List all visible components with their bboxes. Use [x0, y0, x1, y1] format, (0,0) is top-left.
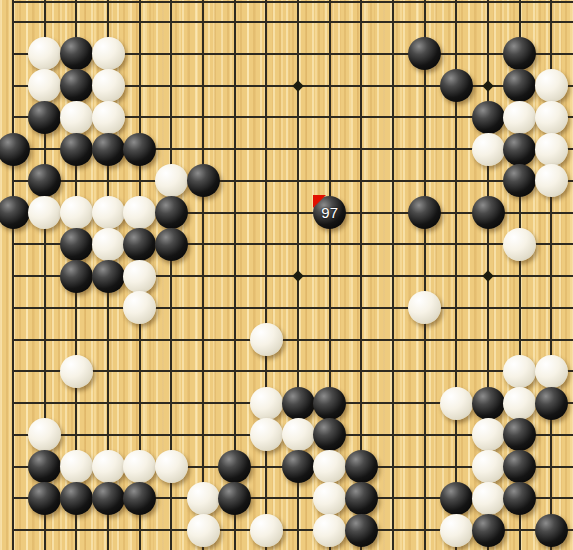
stone-black [313, 418, 346, 451]
stone-white [472, 418, 505, 451]
stone-white [92, 37, 125, 70]
stone-black [123, 482, 156, 515]
stone-black [440, 69, 473, 102]
stone-white [28, 196, 61, 229]
stone-white [250, 323, 283, 356]
star-point [292, 270, 303, 281]
stone-white [408, 291, 441, 324]
star-point [482, 270, 493, 281]
stone-white [28, 418, 61, 451]
stone-black [408, 196, 441, 229]
stone-white [472, 450, 505, 483]
stone-black [60, 69, 93, 102]
stone-black [60, 482, 93, 515]
stone-white [503, 355, 536, 388]
stone-white [250, 418, 283, 451]
stone-black [218, 482, 251, 515]
grid-line-horizontal [13, 307, 573, 309]
stone-black [60, 37, 93, 70]
stone-black [282, 450, 315, 483]
stone-white [60, 101, 93, 134]
stone-black [92, 133, 125, 166]
star-point [482, 80, 493, 91]
grid-line-horizontal [13, 339, 573, 341]
stone-white [503, 101, 536, 134]
stone-black [0, 196, 30, 229]
stone-black [123, 133, 156, 166]
stone-black [0, 133, 30, 166]
stone-white [187, 514, 220, 547]
star-point [292, 80, 303, 91]
stone-white [123, 450, 156, 483]
stone-black [440, 482, 473, 515]
stone-white [313, 482, 346, 515]
stone-black [503, 450, 536, 483]
stone-black [123, 228, 156, 261]
stone-black [535, 387, 568, 420]
stone-black [28, 450, 61, 483]
stone-black [472, 101, 505, 134]
stone-white [60, 196, 93, 229]
stone-white [28, 37, 61, 70]
stone-white [92, 196, 125, 229]
stone-black [28, 482, 61, 515]
stone-black [60, 228, 93, 261]
grid-line-horizontal [13, 1, 573, 3]
stone-white [535, 164, 568, 197]
stone-white [535, 355, 568, 388]
stone-white [92, 69, 125, 102]
stone-white [250, 387, 283, 420]
stone-white [123, 291, 156, 324]
stone-black [60, 260, 93, 293]
stone-black [503, 37, 536, 70]
stone-white [60, 355, 93, 388]
stone-white [92, 228, 125, 261]
stone-black [155, 228, 188, 261]
stone-black [503, 482, 536, 515]
stone-black [282, 387, 315, 420]
stone-white [282, 418, 315, 451]
stone-white [313, 514, 346, 547]
move-number-label: 97 [313, 196, 346, 229]
stone-white [187, 482, 220, 515]
grid-line-horizontal [13, 180, 573, 182]
stone-white [155, 164, 188, 197]
stone-white [313, 450, 346, 483]
stone-black [60, 133, 93, 166]
stone-black [503, 164, 536, 197]
stone-black [92, 482, 125, 515]
grid-line-horizontal [13, 370, 573, 372]
stone-black [535, 514, 568, 547]
stone-black [345, 482, 378, 515]
stone-white [60, 450, 93, 483]
stone-black [472, 514, 505, 547]
stone-white [92, 450, 125, 483]
grid-line-horizontal [13, 21, 573, 23]
stone-black [313, 387, 346, 420]
stone-black [345, 450, 378, 483]
stone-white [28, 69, 61, 102]
stone-white [535, 69, 568, 102]
stone-black [92, 260, 125, 293]
stone-white [155, 450, 188, 483]
stone-white [123, 260, 156, 293]
stone-white [250, 514, 283, 547]
stone-black [472, 196, 505, 229]
stone-white [123, 196, 156, 229]
stone-black [345, 514, 378, 547]
stone-black [472, 387, 505, 420]
stone-white [440, 514, 473, 547]
stone-black [187, 164, 220, 197]
stone-black [408, 37, 441, 70]
stone-black [155, 196, 188, 229]
stone-white [503, 387, 536, 420]
stone-white [440, 387, 473, 420]
stone-black [503, 418, 536, 451]
stone-black [503, 69, 536, 102]
stone-black [218, 450, 251, 483]
stone-white [472, 482, 505, 515]
stone-white [535, 101, 568, 134]
stone-white [92, 101, 125, 134]
stone-white [535, 133, 568, 166]
stone-black [503, 133, 536, 166]
go-board[interactable]: 97 [0, 0, 573, 550]
stone-black [28, 101, 61, 134]
stone-white [503, 228, 536, 261]
stone-black [28, 164, 61, 197]
stone-white [472, 133, 505, 166]
